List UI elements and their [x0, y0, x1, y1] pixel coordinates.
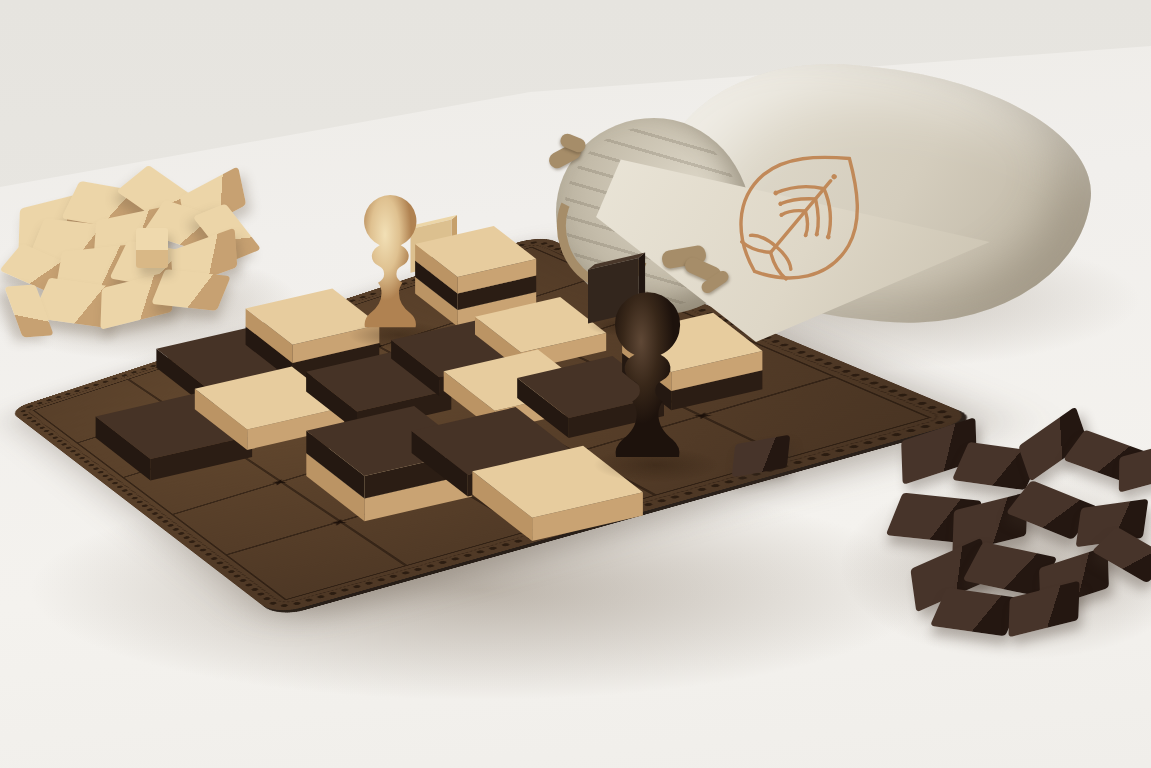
grid-intersection-mark — [265, 376, 283, 382]
grid-intersection-mark — [565, 449, 587, 456]
rope-knot-icon — [682, 255, 723, 285]
grid-intersection-mark — [216, 442, 235, 448]
rope-knot-icon — [546, 141, 584, 171]
scene — [0, 0, 1151, 768]
rope-knot-icon — [558, 132, 587, 155]
bag-body — [648, 46, 1102, 342]
grid-intersection-mark — [380, 445, 400, 452]
grid-intersection-mark — [613, 375, 635, 382]
grid-intersection-mark — [369, 343, 388, 349]
grid-intersection-mark — [542, 340, 563, 346]
grid-intersection-mark — [691, 412, 714, 419]
grid-intersection-mark — [476, 309, 496, 315]
grid-intersection-mark — [320, 410, 339, 416]
grid-intersection-mark — [165, 408, 183, 414]
rope-knot-icon — [661, 244, 707, 269]
grid-intersection-mark — [329, 518, 349, 525]
grid-intersection-mark — [445, 484, 466, 491]
light-pile-tile — [151, 269, 231, 311]
grid-intersection-mark — [270, 479, 289, 486]
light-standing-cube — [136, 228, 168, 268]
rope-tail-icon — [699, 269, 731, 296]
tree-crest-logo-icon — [698, 110, 905, 320]
grid-intersection-mark — [494, 411, 515, 418]
grid-intersection-mark — [429, 376, 449, 382]
